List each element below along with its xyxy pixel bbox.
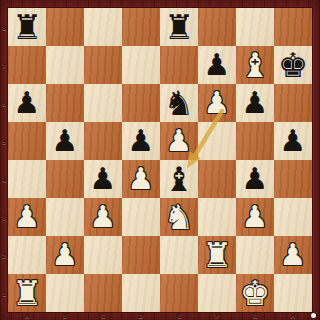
white-rook[interactable]: ♜ xyxy=(12,274,42,312)
black-pawn[interactable]: ♟ xyxy=(128,122,155,160)
square-a8[interactable]: ♜ xyxy=(8,8,46,46)
square-e7[interactable] xyxy=(160,46,198,84)
square-g4[interactable]: ♟ xyxy=(236,160,274,198)
square-b8[interactable] xyxy=(46,8,84,46)
black-pawn[interactable]: ♟ xyxy=(52,122,79,160)
white-pawn[interactable]: ♟ xyxy=(280,236,307,274)
square-h8[interactable] xyxy=(274,8,312,46)
square-a3[interactable]: ♟ xyxy=(8,198,46,236)
square-f1[interactable] xyxy=(198,274,236,312)
rank-label-2: 2 xyxy=(0,252,8,259)
black-pawn[interactable]: ♟ xyxy=(204,46,231,84)
square-f4[interactable] xyxy=(198,160,236,198)
square-b5[interactable]: ♟ xyxy=(46,122,84,160)
white-pawn[interactable]: ♟ xyxy=(52,236,79,274)
square-f5[interactable] xyxy=(198,122,236,160)
square-b7[interactable] xyxy=(46,46,84,84)
square-c6[interactable] xyxy=(84,84,122,122)
rank-label-8: 8 xyxy=(0,24,8,31)
square-h4[interactable] xyxy=(274,160,312,198)
white-pawn[interactable]: ♟ xyxy=(166,122,193,160)
square-c5[interactable] xyxy=(84,122,122,160)
white-to-move-indicator xyxy=(311,313,316,318)
black-king[interactable]: ♚ xyxy=(278,46,308,84)
file-label-h: H xyxy=(274,312,312,319)
file-label-g: G xyxy=(236,312,274,319)
white-knight[interactable]: ♞ xyxy=(164,198,194,236)
black-pawn[interactable]: ♟ xyxy=(242,84,269,122)
white-rook[interactable]: ♜ xyxy=(202,236,232,274)
white-pawn[interactable]: ♟ xyxy=(204,84,231,122)
square-f3[interactable] xyxy=(198,198,236,236)
square-b2[interactable]: ♟ xyxy=(46,236,84,274)
black-pawn[interactable]: ♟ xyxy=(90,160,117,198)
white-pawn[interactable]: ♟ xyxy=(90,198,117,236)
black-bishop[interactable]: ♝ xyxy=(164,160,194,198)
square-f8[interactable] xyxy=(198,8,236,46)
square-a1[interactable]: ♜ xyxy=(8,274,46,312)
file-label-e: E xyxy=(160,312,198,319)
white-pawn[interactable]: ♟ xyxy=(128,160,155,198)
square-g7[interactable]: ♝ xyxy=(236,46,274,84)
black-rook[interactable]: ♜ xyxy=(12,8,42,46)
rank-label-1: 1 xyxy=(0,290,8,297)
rank-label-3: 3 xyxy=(0,214,8,221)
black-pawn[interactable]: ♟ xyxy=(242,160,269,198)
square-g1[interactable]: ♚ xyxy=(236,274,274,312)
square-e1[interactable] xyxy=(160,274,198,312)
square-c7[interactable] xyxy=(84,46,122,84)
square-a7[interactable] xyxy=(8,46,46,84)
square-a2[interactable] xyxy=(8,236,46,274)
rank-label-4: 4 xyxy=(0,176,8,183)
square-e6[interactable]: ♞ xyxy=(160,84,198,122)
square-b4[interactable] xyxy=(46,160,84,198)
square-g5[interactable] xyxy=(236,122,274,160)
square-g2[interactable] xyxy=(236,236,274,274)
square-h1[interactable] xyxy=(274,274,312,312)
square-h2[interactable]: ♟ xyxy=(274,236,312,274)
square-d7[interactable] xyxy=(122,46,160,84)
square-c8[interactable] xyxy=(84,8,122,46)
black-pawn[interactable]: ♟ xyxy=(14,84,41,122)
square-a4[interactable] xyxy=(8,160,46,198)
rank-label-5: 5 xyxy=(0,138,8,145)
square-f6[interactable]: ♟ xyxy=(198,84,236,122)
square-e8[interactable]: ♜ xyxy=(160,8,198,46)
square-d6[interactable] xyxy=(122,84,160,122)
square-e2[interactable] xyxy=(160,236,198,274)
white-bishop[interactable]: ♝ xyxy=(240,46,270,84)
square-d4[interactable]: ♟ xyxy=(122,160,160,198)
square-h3[interactable] xyxy=(274,198,312,236)
square-g3[interactable]: ♟ xyxy=(236,198,274,236)
square-b3[interactable] xyxy=(46,198,84,236)
rank-label-7: 7 xyxy=(0,62,8,69)
file-label-d: D xyxy=(122,312,160,319)
square-d2[interactable] xyxy=(122,236,160,274)
square-d3[interactable] xyxy=(122,198,160,236)
square-g6[interactable]: ♟ xyxy=(236,84,274,122)
square-c4[interactable]: ♟ xyxy=(84,160,122,198)
square-d5[interactable]: ♟ xyxy=(122,122,160,160)
black-knight[interactable]: ♞ xyxy=(164,84,194,122)
file-label-a: A xyxy=(8,312,46,319)
chess-board: ♜♜♟♝♚♟♞♟♟♟♟♟♟♟♟♝♟♟♟♞♟♟♜♟♜♚ xyxy=(8,8,312,312)
white-king[interactable]: ♚ xyxy=(240,274,270,312)
rank-label-6: 6 xyxy=(0,100,8,107)
white-pawn[interactable]: ♟ xyxy=(14,198,41,236)
white-pawn[interactable]: ♟ xyxy=(242,198,269,236)
square-h5[interactable]: ♟ xyxy=(274,122,312,160)
square-c1[interactable] xyxy=(84,274,122,312)
square-d1[interactable] xyxy=(122,274,160,312)
black-pawn[interactable]: ♟ xyxy=(280,122,307,160)
square-g8[interactable] xyxy=(236,8,274,46)
square-d8[interactable] xyxy=(122,8,160,46)
square-c2[interactable] xyxy=(84,236,122,274)
chess-board-app: ♜♜♟♝♚♟♞♟♟♟♟♟♟♟♟♝♟♟♟♞♟♟♜♟♜♚ 87654321 ABCD… xyxy=(0,0,320,320)
square-b6[interactable] xyxy=(46,84,84,122)
black-rook[interactable]: ♜ xyxy=(164,8,194,46)
square-f7[interactable]: ♟ xyxy=(198,46,236,84)
square-h6[interactable] xyxy=(274,84,312,122)
file-label-b: B xyxy=(46,312,84,319)
file-label-c: C xyxy=(84,312,122,319)
square-e5[interactable]: ♟ xyxy=(160,122,198,160)
square-e3[interactable]: ♞ xyxy=(160,198,198,236)
square-h7[interactable]: ♚ xyxy=(274,46,312,84)
rank-coordinates: 87654321 xyxy=(0,8,8,312)
square-a5[interactable] xyxy=(8,122,46,160)
square-f2[interactable]: ♜ xyxy=(198,236,236,274)
square-a6[interactable]: ♟ xyxy=(8,84,46,122)
square-e4[interactable]: ♝ xyxy=(160,160,198,198)
square-c3[interactable]: ♟ xyxy=(84,198,122,236)
file-label-f: F xyxy=(198,312,236,319)
square-b1[interactable] xyxy=(46,274,84,312)
